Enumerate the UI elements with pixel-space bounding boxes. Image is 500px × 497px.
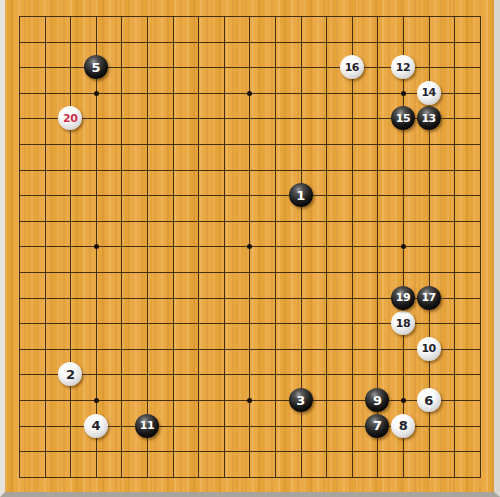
move-number-label: 16 bbox=[345, 61, 359, 72]
grid-line-horizontal bbox=[19, 349, 481, 350]
stone-black-15[interactable]: 15 bbox=[391, 106, 415, 130]
stone-black-9[interactable]: 9 bbox=[365, 388, 389, 412]
star-point bbox=[401, 244, 406, 249]
grid-line-horizontal bbox=[19, 374, 481, 375]
stone-white-18[interactable]: 18 bbox=[391, 311, 415, 335]
stone-white-10[interactable]: 10 bbox=[417, 337, 441, 361]
stone-black-1[interactable]: 1 bbox=[289, 183, 313, 207]
stone-white-14[interactable]: 14 bbox=[417, 81, 441, 105]
stone-white-8[interactable]: 8 bbox=[391, 414, 415, 438]
stone-white-6[interactable]: 6 bbox=[417, 388, 441, 412]
move-number-label: 20 bbox=[63, 112, 77, 123]
move-number-label: 4 bbox=[92, 419, 101, 432]
grid-line-horizontal bbox=[19, 477, 481, 478]
stone-white-4[interactable]: 4 bbox=[84, 414, 108, 438]
star-point bbox=[401, 91, 406, 96]
move-number-label: 2 bbox=[66, 367, 75, 380]
stone-white-12[interactable]: 12 bbox=[391, 55, 415, 79]
stone-white-20[interactable]: 20 bbox=[58, 106, 82, 130]
grid-line-vertical bbox=[454, 16, 455, 478]
move-number-label: 14 bbox=[421, 87, 435, 98]
stone-black-13[interactable]: 13 bbox=[417, 106, 441, 130]
grid-line-vertical bbox=[352, 16, 353, 478]
star-point bbox=[94, 244, 99, 249]
move-number-label: 6 bbox=[424, 393, 433, 406]
star-point bbox=[247, 398, 252, 403]
move-number-label: 12 bbox=[396, 61, 410, 72]
move-number-label: 10 bbox=[421, 343, 435, 354]
move-number-label: 18 bbox=[396, 317, 410, 328]
grid-line-vertical bbox=[275, 16, 276, 478]
stone-black-17[interactable]: 17 bbox=[417, 286, 441, 310]
stone-black-19[interactable]: 19 bbox=[391, 286, 415, 310]
move-number-label: 3 bbox=[296, 393, 305, 406]
grid-line-vertical bbox=[480, 16, 481, 478]
go-board[interactable]: 1234567891011121314151617181920 bbox=[0, 0, 500, 497]
stone-black-11[interactable]: 11 bbox=[135, 414, 159, 438]
star-point bbox=[401, 398, 406, 403]
stone-black-7[interactable]: 7 bbox=[365, 414, 389, 438]
grid-line-horizontal bbox=[19, 272, 481, 273]
star-point bbox=[247, 244, 252, 249]
star-point bbox=[94, 398, 99, 403]
move-number-label: 5 bbox=[92, 60, 101, 73]
move-number-label: 11 bbox=[140, 420, 154, 431]
star-point bbox=[94, 91, 99, 96]
move-number-label: 9 bbox=[373, 393, 382, 406]
stone-white-2[interactable]: 2 bbox=[58, 362, 82, 386]
grid-line-vertical bbox=[326, 16, 327, 478]
move-number-label: 1 bbox=[296, 188, 305, 201]
grid-line-horizontal bbox=[19, 451, 481, 452]
move-number-label: 7 bbox=[373, 419, 382, 432]
stone-black-3[interactable]: 3 bbox=[289, 388, 313, 412]
stone-white-16[interactable]: 16 bbox=[340, 55, 364, 79]
move-number-label: 8 bbox=[399, 419, 408, 432]
move-number-label: 17 bbox=[421, 292, 435, 303]
star-point bbox=[247, 91, 252, 96]
move-number-label: 19 bbox=[396, 292, 410, 303]
move-number-label: 13 bbox=[421, 112, 435, 123]
stone-black-5[interactable]: 5 bbox=[84, 55, 108, 79]
move-number-label: 15 bbox=[396, 112, 410, 123]
